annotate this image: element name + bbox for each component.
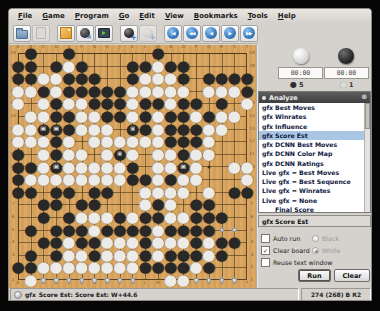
open-game-button[interactable] xyxy=(13,25,31,42)
analyze-item-label: Influence xyxy=(275,122,307,131)
board-coordinate-label: K xyxy=(131,45,134,49)
board-coordinate-label: T xyxy=(246,281,249,285)
white-stone: ● xyxy=(24,135,37,148)
black-stone: ● xyxy=(12,261,25,274)
scrollbar-thumb[interactable] xyxy=(365,103,370,129)
menu-program[interactable]: Program xyxy=(70,10,114,22)
play-black-move-button[interactable] xyxy=(120,25,138,42)
desktop: FileGameProgramGoEditViewBookmarksToolsH… xyxy=(0,0,380,311)
board-coordinate-label: 1 xyxy=(12,278,15,282)
radio-white[interactable] xyxy=(312,247,319,254)
close-game-icon xyxy=(80,28,90,38)
white-stone: ● xyxy=(164,274,177,287)
forward-one-move-icon: ▶ xyxy=(224,27,236,39)
menu-file[interactable]: File xyxy=(13,10,37,22)
black-clock-value: 00:00 xyxy=(337,69,357,77)
board-coordinate-label: N xyxy=(169,45,172,49)
captured-white-value: 1 xyxy=(349,81,354,89)
save-game-button xyxy=(32,25,50,42)
black-stone: ● xyxy=(24,185,37,198)
menu-view[interactable]: View xyxy=(160,10,189,22)
territory-mark xyxy=(130,126,135,131)
board-coordinate-label: S xyxy=(233,45,236,49)
board-image-icon xyxy=(98,28,110,38)
analyze-item-prefix: gfx xyxy=(259,122,275,131)
analyze-item-final-score[interactable]: Final Score xyxy=(259,205,364,212)
board-coordinate-label: 3 xyxy=(12,253,15,257)
white-player-stone-icon xyxy=(293,48,309,64)
analyze-item-prefix: gfx xyxy=(259,112,275,121)
new-game-button[interactable] xyxy=(57,25,75,42)
territory-mark xyxy=(118,152,123,157)
menu-game[interactable]: Game xyxy=(37,10,70,22)
checkbox-reuse-text-window[interactable] xyxy=(261,258,270,267)
white-stone: ● xyxy=(126,261,139,274)
black-stone: ● xyxy=(241,185,254,198)
selected-command-header: gfx Score Est xyxy=(258,215,371,227)
open-game-icon xyxy=(16,30,28,39)
status-prefix: gfx xyxy=(25,291,36,298)
analyze-item-label: Live gfx = Winrates xyxy=(259,186,330,195)
white-stone: ● xyxy=(215,122,228,135)
territory-mark xyxy=(54,126,59,131)
checkbox-clear-board[interactable]: ✓ xyxy=(261,246,270,255)
analyze-item-label: Final Score xyxy=(259,205,314,212)
black-stone: ● xyxy=(202,261,215,274)
white-stone: ● xyxy=(202,147,215,160)
go-to-start-button[interactable]: |◀ xyxy=(164,25,182,42)
color-radio-group: BlackWhite xyxy=(312,233,372,257)
radio-row-black[interactable]: Black xyxy=(312,233,339,244)
territory-mark xyxy=(219,227,224,232)
white-stone: ● xyxy=(228,110,241,123)
white-clock: 00:00 xyxy=(278,67,323,79)
board-coordinate-label: C xyxy=(42,45,45,49)
white-stone: ● xyxy=(177,185,190,198)
radio-row-white[interactable]: White xyxy=(312,245,340,256)
territory-mark xyxy=(194,278,199,283)
white-stone: ● xyxy=(62,261,75,274)
checkbox-row-auto-run[interactable]: Auto run xyxy=(261,233,300,244)
white-stone: ● xyxy=(190,261,203,274)
white-stone: ● xyxy=(241,97,254,110)
territory-mark xyxy=(181,164,186,169)
back-one-move-icon: ◀ xyxy=(205,27,217,39)
white-stone: ● xyxy=(202,84,215,97)
board-image-button[interactable] xyxy=(95,25,113,42)
forward-ten-moves-button[interactable]: ▶▶ xyxy=(240,25,258,42)
territory-mark xyxy=(130,278,135,283)
white-stone: ● xyxy=(24,274,37,287)
analyze-item-prefix: gfx xyxy=(259,140,275,149)
analyze-item-label: Live gfx = None xyxy=(259,196,317,205)
status-stone-icon xyxy=(14,291,22,299)
checkbox-label-clear-board: Clear board xyxy=(273,247,310,254)
black-clock: 00:00 xyxy=(324,67,369,79)
analyze-item-label: Score Est xyxy=(275,131,308,140)
menu-tools[interactable]: Tools xyxy=(243,10,273,22)
radio-black[interactable] xyxy=(312,235,319,242)
analyze-item-prefix: gfx xyxy=(259,103,275,112)
territory-mark xyxy=(41,278,46,283)
black-stone: ● xyxy=(113,110,126,123)
white-stone: ● xyxy=(24,84,37,97)
save-game-icon xyxy=(36,27,46,39)
territory-mark xyxy=(219,278,224,283)
board-coordinate-label: L xyxy=(144,45,146,49)
white-stone: ● xyxy=(50,261,63,274)
board-coordinate-label: D xyxy=(55,45,58,49)
analyze-item-live-gfx-best-sequence[interactable]: Live gfx = Best Sequence xyxy=(259,177,364,186)
white-stone: ● xyxy=(75,173,88,186)
board-coordinate-label: T xyxy=(246,45,249,49)
white-stone: ● xyxy=(75,261,88,274)
menu-help[interactable]: Help xyxy=(273,10,301,22)
new-game-icon xyxy=(60,27,72,39)
analyze-item-winrates[interactable]: gfxWinrates xyxy=(259,112,364,121)
white-stone: ● xyxy=(37,261,50,274)
analyze-item-influence[interactable]: gfxInfluence xyxy=(259,122,364,131)
analyze-titlebar[interactable]: Analyze ⊗ xyxy=(259,92,370,103)
back-ten-moves-button[interactable]: ◀◀ xyxy=(183,25,201,42)
captured-black-count: ● 5 xyxy=(290,81,304,89)
black-stone: ● xyxy=(215,248,228,261)
black-stone: ● xyxy=(62,185,75,198)
black-stone: ● xyxy=(228,185,241,198)
radio-label-black: Black xyxy=(322,235,339,242)
analyze-item-label: DCNN Best Moves xyxy=(275,140,337,149)
app-window: FileGameProgramGoEditViewBookmarksToolsH… xyxy=(8,8,372,301)
board-coordinate-label: 6 xyxy=(251,215,254,219)
analyze-stone-icon xyxy=(262,96,266,100)
board-coordinate-label: 5 xyxy=(12,228,15,232)
black-stone: ● xyxy=(12,185,25,198)
white-stone: ● xyxy=(75,122,88,135)
territory-mark xyxy=(232,278,237,283)
toolbar-separator xyxy=(51,33,56,34)
board-coordinate-label: F xyxy=(80,45,82,49)
board-grid[interactable]: ●●●●●●●●●●●●●●●●●●●●●●●●●●●●●●●●●●●●●●●●… xyxy=(18,53,247,280)
board-coordinate-label: 1 xyxy=(251,278,254,282)
black-mini-stone-icon: ● xyxy=(290,81,297,89)
board-coordinate-label: 19 xyxy=(249,51,254,55)
territory-mark xyxy=(118,278,123,283)
header-name: Score Est xyxy=(275,218,308,225)
back-one-move-button[interactable]: ◀ xyxy=(202,25,220,42)
analyze-close-icon[interactable]: ⊗ xyxy=(361,94,367,101)
board-coordinate-label: G xyxy=(93,45,96,49)
board-coordinate-label: 4 xyxy=(251,240,254,244)
clear-button[interactable]: Clear xyxy=(334,269,370,282)
board-coordinate-label: Q xyxy=(207,45,210,49)
status-bar-left: gfx Score Est: Score Est: W+44.6 xyxy=(10,288,299,301)
territory-mark xyxy=(105,278,110,283)
board-coordinate-label: M xyxy=(156,281,160,285)
black-player-stone-icon xyxy=(338,48,354,64)
hoshi-point xyxy=(207,165,210,168)
board-coordinate-label: O xyxy=(182,45,185,49)
run-button-label: Run xyxy=(307,272,321,280)
checkbox-auto-run[interactable] xyxy=(261,234,270,243)
analyze-command-list: gfxBest MovesgfxWinratesgfxInfluencegfxS… xyxy=(259,103,364,212)
board-coordinate-label: A xyxy=(17,281,20,285)
play-white-move-icon xyxy=(143,28,153,38)
radio-label-white: White xyxy=(322,247,340,254)
territory-mark xyxy=(67,278,72,283)
checkbox-label-reuse-text-window: Reuse text window xyxy=(273,259,332,266)
board-coordinate-label: 19 xyxy=(10,51,15,55)
analyze-item-label: DCNN Ratings xyxy=(275,159,324,168)
board-coordinate-label: 14 xyxy=(10,114,15,118)
analyze-item-best-moves[interactable]: gfxBest Moves xyxy=(259,103,364,112)
status-bar-right: 274 (268) B R2 xyxy=(301,288,371,301)
analyze-scrollbar[interactable] xyxy=(364,103,370,212)
analyze-item-live-gfx-none[interactable]: Live gfx = None xyxy=(259,196,364,205)
board-coordinate-label: 7 xyxy=(12,202,15,206)
analyze-item-label: Live gfx = Best Moves xyxy=(259,168,339,177)
black-stone: ● xyxy=(101,185,114,198)
black-stone: ● xyxy=(37,236,50,249)
analyze-item-live-gfx-best-moves[interactable]: Live gfx = Best Moves xyxy=(259,168,364,177)
toolbar-separator xyxy=(158,33,163,34)
white-stone: ● xyxy=(113,173,126,186)
black-stone: ● xyxy=(126,173,139,186)
analyze-title: Analyze xyxy=(269,94,298,102)
board-coordinate-label: H xyxy=(105,45,108,49)
territory-mark xyxy=(92,278,97,283)
analyze-item-dcnn-ratings[interactable]: gfxDCNN Ratings xyxy=(259,159,364,168)
status-text: Score Est: Score Est: W+44.6 xyxy=(39,291,138,298)
captured-stones: ● 5 ● 1 xyxy=(278,81,370,91)
analyze-item-prefix: gfx xyxy=(259,159,275,168)
white-stone: ● xyxy=(88,261,101,274)
board-coordinate-label: 11 xyxy=(249,152,254,156)
black-stone: ● xyxy=(37,210,50,223)
board-coordinate-label: 18 xyxy=(249,64,254,68)
analyze-panel: Analyze ⊗ gfxBest MovesgfxWinratesgfxInf… xyxy=(258,91,371,213)
white-mini-stone-icon: ● xyxy=(340,81,347,89)
white-stone: ● xyxy=(12,97,25,110)
black-stone: ● xyxy=(151,261,164,274)
board-coordinate-label: J xyxy=(119,45,120,49)
white-stone: ● xyxy=(177,274,190,287)
black-stone: ● xyxy=(139,261,152,274)
forward-ten-moves-icon: ▶▶ xyxy=(243,27,255,39)
white-stone: ● xyxy=(37,173,50,186)
captured-white-count: ● 1 xyxy=(340,81,354,89)
clear-button-label: Clear xyxy=(343,272,362,280)
go-board[interactable]: ●●●●●●●●●●●●●●●●●●●●●●●●●●●●●●●●●●●●●●●●… xyxy=(9,45,256,288)
white-stone: ● xyxy=(228,84,241,97)
checkbox-row-clear-board[interactable]: ✓Clear board xyxy=(261,245,310,256)
white-stone: ● xyxy=(228,160,241,173)
territory-mark xyxy=(207,278,212,283)
white-stone: ● xyxy=(113,261,126,274)
analyze-item-prefix: gfx xyxy=(259,149,275,158)
black-stone: ● xyxy=(24,223,37,236)
black-stone: ● xyxy=(215,210,228,223)
analyze-item-label: Live gfx = Best Sequence xyxy=(259,177,351,186)
checkbox-row-reuse-text-window[interactable]: Reuse text window xyxy=(261,257,332,268)
board-coordinate-label: 5 xyxy=(251,228,254,232)
menu-edit[interactable]: Edit xyxy=(134,10,160,22)
move-counter: 274 (268) B R2 xyxy=(311,291,361,298)
white-stone: ● xyxy=(139,135,152,148)
board-coordinate-label: 3 xyxy=(251,253,254,257)
territory-mark xyxy=(54,164,59,169)
analyze-item-label: Best Moves xyxy=(275,103,315,112)
analyze-item-score-est[interactable]: gfxScore Est xyxy=(259,131,364,140)
play-black-move-icon xyxy=(124,28,134,38)
board-coordinate-label: L xyxy=(144,281,146,285)
menubar: FileGameProgramGoEditViewBookmarksToolsH… xyxy=(9,9,372,23)
forward-one-move-button[interactable]: ▶ xyxy=(221,25,239,42)
board-coordinate-label: R xyxy=(220,45,223,49)
analyze-item-dcnn-best-moves[interactable]: gfxDCNN Best Moves xyxy=(259,140,364,149)
white-stone: ● xyxy=(88,135,101,148)
white-stone: ● xyxy=(101,261,114,274)
captured-black-value: 5 xyxy=(299,81,304,89)
board-coordinate-label: P xyxy=(195,45,198,49)
analyze-item-dcnn-color-map[interactable]: gfxDCNN Color Map xyxy=(259,149,364,158)
board-coordinate-label: 14 xyxy=(249,114,254,118)
territory-mark xyxy=(41,126,46,131)
analyze-item-prefix: gfx xyxy=(259,131,275,140)
header-prefix: gfx xyxy=(259,218,275,225)
white-stone: ● xyxy=(190,173,203,186)
board-coordinate-label: 2 xyxy=(251,265,254,269)
menu-go[interactable]: Go xyxy=(114,10,135,22)
run-button[interactable]: Run xyxy=(298,269,331,282)
analyze-item-live-gfx-winrates[interactable]: Live gfx = Winrates xyxy=(259,186,364,195)
board-coordinate-label: 13 xyxy=(249,127,254,131)
menu-bookmarks[interactable]: Bookmarks xyxy=(189,10,243,22)
board-coordinate-label: 6 xyxy=(12,215,15,219)
board-coordinate-label: 7 xyxy=(251,202,254,206)
black-stone: ● xyxy=(50,198,63,211)
board-coordinate-label: 4 xyxy=(12,240,15,244)
board-coordinate-label: A xyxy=(17,45,20,49)
black-stone: ● xyxy=(228,236,241,249)
board-coordinate-label: 12 xyxy=(249,139,254,143)
checkbox-label-auto-run: Auto run xyxy=(273,235,300,242)
close-game-button[interactable] xyxy=(76,25,94,42)
toolbar-separator xyxy=(114,33,119,34)
territory-mark xyxy=(232,227,237,232)
territory-mark xyxy=(54,278,59,283)
analyze-item-label: DCNN Color Map xyxy=(275,149,332,158)
back-ten-moves-icon: ◀◀ xyxy=(186,27,198,39)
analyze-item-label: Winrates xyxy=(275,112,306,121)
play-white-move-button xyxy=(139,25,157,42)
territory-mark xyxy=(79,278,84,283)
white-clock-value: 00:00 xyxy=(291,69,311,77)
go-to-start-icon: |◀ xyxy=(167,27,179,39)
